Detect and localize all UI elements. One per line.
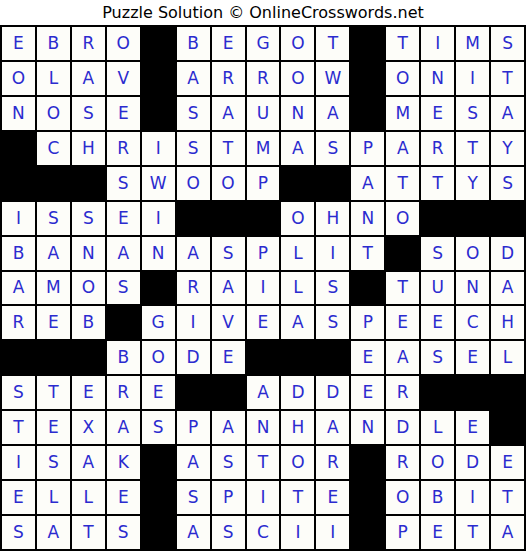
letter-cell: R [107, 132, 140, 165]
letter-cell: S [142, 411, 175, 444]
letter-cell: A [37, 516, 70, 549]
block-cell [247, 202, 280, 235]
block-cell [177, 202, 210, 235]
letter-cell: A [107, 237, 140, 270]
letter-cell: E [247, 306, 280, 339]
letter-cell: E [421, 306, 454, 339]
letter-cell: A [247, 376, 280, 409]
letter-cell: P [351, 306, 384, 339]
letter-cell: S [491, 27, 524, 60]
letter-cell: D [386, 411, 419, 444]
letter-cell: N [2, 97, 35, 130]
letter-cell: T [37, 376, 70, 409]
letter-cell: I [281, 516, 314, 549]
letter-cell: S [212, 516, 245, 549]
letter-cell: E [2, 481, 35, 514]
letter-cell: P [386, 516, 419, 549]
letter-cell: B [72, 306, 105, 339]
block-cell [421, 376, 454, 409]
letter-cell: T [386, 167, 419, 200]
letter-cell: O [281, 202, 314, 235]
crossword-grid: EBROBEGOTTIMSOLAVARROWONITNOSESAUNAMESAC… [0, 25, 526, 551]
letter-cell: N [456, 272, 489, 305]
block-cell [456, 202, 489, 235]
block-cell [142, 97, 175, 130]
letter-cell: R [2, 306, 35, 339]
letter-cell: M [247, 132, 280, 165]
letter-cell: A [177, 446, 210, 479]
block-cell [247, 341, 280, 374]
block-cell [72, 341, 105, 374]
letter-cell: S [421, 341, 454, 374]
letter-cell: T [247, 446, 280, 479]
letter-cell: L [37, 62, 70, 95]
letter-cell: P [351, 132, 384, 165]
letter-cell: S [212, 237, 245, 270]
block-cell [421, 202, 454, 235]
letter-cell: S [2, 516, 35, 549]
letter-cell: E [142, 376, 175, 409]
letter-cell: I [142, 132, 175, 165]
letter-cell: L [72, 481, 105, 514]
letter-cell: S [37, 202, 70, 235]
letter-cell: O [177, 167, 210, 200]
block-cell [37, 167, 70, 200]
page-title: Puzzle Solution © OnlineCrosswords.net [102, 0, 424, 25]
block-cell [351, 481, 384, 514]
letter-cell: A [177, 516, 210, 549]
letter-cell: A [351, 167, 384, 200]
letter-cell: I [177, 306, 210, 339]
letter-cell: E [37, 306, 70, 339]
letter-cell: S [177, 481, 210, 514]
letter-cell: P [247, 237, 280, 270]
letter-cell: O [456, 237, 489, 270]
letter-cell: A [212, 411, 245, 444]
block-cell [177, 376, 210, 409]
block-cell [491, 376, 524, 409]
letter-cell: A [212, 272, 245, 305]
letter-cell: A [316, 411, 349, 444]
letter-cell: N [247, 411, 280, 444]
letter-cell: M [37, 272, 70, 305]
letter-cell: B [421, 481, 454, 514]
letter-cell: M [456, 27, 489, 60]
letter-cell: P [177, 411, 210, 444]
letter-cell: A [386, 132, 419, 165]
letter-cell: A [212, 97, 245, 130]
letter-cell: A [491, 97, 524, 130]
block-cell [351, 97, 384, 130]
title-bar: Puzzle Solution © OnlineCrosswords.net [0, 0, 526, 25]
letter-cell: A [177, 237, 210, 270]
letter-cell: G [247, 27, 280, 60]
letter-cell: O [386, 202, 419, 235]
letter-cell: B [2, 237, 35, 270]
letter-cell: P [247, 167, 280, 200]
letter-cell: T [2, 411, 35, 444]
letter-cell: K [107, 446, 140, 479]
letter-cell: O [386, 481, 419, 514]
block-cell [142, 446, 175, 479]
letter-cell: E [107, 481, 140, 514]
letter-cell: I [2, 446, 35, 479]
letter-cell: S [212, 446, 245, 479]
letter-cell: I [2, 202, 35, 235]
letter-cell: N [142, 237, 175, 270]
block-cell [142, 62, 175, 95]
block-cell [2, 132, 35, 165]
letter-cell: A [37, 237, 70, 270]
letter-cell: L [281, 272, 314, 305]
letter-cell: I [247, 481, 280, 514]
letter-cell: O [142, 341, 175, 374]
block-cell [142, 272, 175, 305]
block-cell [281, 341, 314, 374]
letter-cell: I [247, 272, 280, 305]
letter-cell: E [37, 411, 70, 444]
letter-cell: T [281, 481, 314, 514]
letter-cell: A [177, 62, 210, 95]
letter-cell: E [491, 446, 524, 479]
block-cell [351, 27, 384, 60]
letter-cell: S [2, 376, 35, 409]
letter-cell: A [316, 97, 349, 130]
letter-cell: T [456, 132, 489, 165]
letter-cell: E [421, 516, 454, 549]
letter-cell: O [281, 62, 314, 95]
letter-cell: E [72, 376, 105, 409]
letter-cell: T [72, 516, 105, 549]
letter-cell: C [37, 132, 70, 165]
block-cell [351, 272, 384, 305]
letter-cell: I [421, 27, 454, 60]
letter-cell: O [386, 62, 419, 95]
letter-cell: R [386, 446, 419, 479]
letter-cell: T [456, 516, 489, 549]
block-cell [491, 411, 524, 444]
letter-cell: O [281, 446, 314, 479]
block-cell [281, 167, 314, 200]
letter-cell: N [351, 411, 384, 444]
letter-cell: S [177, 132, 210, 165]
block-cell [456, 376, 489, 409]
letter-cell: D [281, 376, 314, 409]
letter-cell: S [456, 97, 489, 130]
letter-cell: E [212, 27, 245, 60]
block-cell [107, 306, 140, 339]
letter-cell: W [142, 167, 175, 200]
letter-cell: T [212, 132, 245, 165]
letter-cell: O [2, 62, 35, 95]
letter-cell: A [281, 132, 314, 165]
letter-cell: U [247, 97, 280, 130]
letter-cell: T [351, 237, 384, 270]
letter-cell: V [107, 62, 140, 95]
letter-cell: R [386, 376, 419, 409]
letter-cell: H [72, 132, 105, 165]
letter-cell: R [107, 376, 140, 409]
block-cell [316, 167, 349, 200]
letter-cell: R [72, 27, 105, 60]
block-cell [72, 167, 105, 200]
block-cell [351, 446, 384, 479]
letter-cell: S [107, 167, 140, 200]
block-cell [142, 27, 175, 60]
letter-cell: O [37, 97, 70, 130]
letter-cell: D [491, 237, 524, 270]
letter-cell: I [316, 516, 349, 549]
letter-cell: T [386, 272, 419, 305]
letter-cell: L [281, 237, 314, 270]
letter-cell: I [142, 202, 175, 235]
letter-cell: T [386, 27, 419, 60]
letter-cell: R [316, 446, 349, 479]
letter-cell: S [316, 272, 349, 305]
letter-cell: S [316, 306, 349, 339]
letter-cell: O [421, 446, 454, 479]
letter-cell: U [421, 272, 454, 305]
letter-cell: R [177, 272, 210, 305]
block-cell [212, 376, 245, 409]
letter-cell: Y [456, 167, 489, 200]
letter-cell: D [456, 446, 489, 479]
letter-cell: I [456, 62, 489, 95]
letter-cell: T [491, 62, 524, 95]
letter-cell: O [281, 27, 314, 60]
block-cell [37, 341, 70, 374]
letter-cell: E [421, 97, 454, 130]
letter-cell: X [72, 411, 105, 444]
letter-cell: N [281, 97, 314, 130]
block-cell [351, 516, 384, 549]
letter-cell: A [386, 341, 419, 374]
letter-cell: Y [491, 132, 524, 165]
letter-cell: L [421, 411, 454, 444]
letter-cell: R [212, 62, 245, 95]
block-cell [212, 202, 245, 235]
letter-cell: D [177, 341, 210, 374]
letter-cell: E [212, 341, 245, 374]
letter-cell: L [37, 481, 70, 514]
letter-cell: L [491, 341, 524, 374]
letter-cell: E [351, 341, 384, 374]
letter-cell: A [2, 272, 35, 305]
letter-cell: S [491, 167, 524, 200]
letter-cell: E [107, 97, 140, 130]
letter-cell: E [107, 202, 140, 235]
letter-cell: R [247, 62, 280, 95]
letter-cell: I [316, 237, 349, 270]
letter-cell: B [37, 27, 70, 60]
letter-cell: O [107, 27, 140, 60]
block-cell [2, 167, 35, 200]
letter-cell: N [72, 237, 105, 270]
letter-cell: W [316, 62, 349, 95]
letter-cell: A [107, 411, 140, 444]
letter-cell: T [421, 167, 454, 200]
letter-cell: A [491, 272, 524, 305]
crossword-solution-page: Puzzle Solution © OnlineCrosswords.net E… [0, 0, 526, 551]
letter-cell: S [421, 237, 454, 270]
letter-cell: O [212, 167, 245, 200]
block-cell [2, 341, 35, 374]
letter-cell: C [456, 306, 489, 339]
letter-cell: E [456, 411, 489, 444]
letter-cell: E [386, 306, 419, 339]
letter-cell: H [491, 306, 524, 339]
letter-cell: S [316, 132, 349, 165]
letter-cell: T [491, 481, 524, 514]
block-cell [351, 62, 384, 95]
letter-cell: C [247, 516, 280, 549]
letter-cell: A [72, 446, 105, 479]
letter-cell: S [177, 97, 210, 130]
letter-cell: A [491, 516, 524, 549]
letter-cell: S [107, 272, 140, 305]
letter-cell: R [421, 132, 454, 165]
letter-cell: E [2, 27, 35, 60]
letter-cell: B [107, 341, 140, 374]
letter-cell: E [456, 341, 489, 374]
block-cell [386, 237, 419, 270]
letter-cell: N [421, 62, 454, 95]
letter-cell: H [316, 202, 349, 235]
letter-cell: D [316, 376, 349, 409]
letter-cell: A [72, 62, 105, 95]
block-cell [142, 481, 175, 514]
letter-cell: O [72, 272, 105, 305]
block-cell [491, 202, 524, 235]
letter-cell: G [142, 306, 175, 339]
block-cell [142, 516, 175, 549]
letter-cell: P [212, 481, 245, 514]
letter-cell: V [212, 306, 245, 339]
block-cell [316, 341, 349, 374]
letter-cell: T [316, 27, 349, 60]
letter-cell: S [37, 446, 70, 479]
letter-cell: I [456, 481, 489, 514]
letter-cell: E [316, 481, 349, 514]
letter-cell: H [281, 411, 314, 444]
letter-cell: B [177, 27, 210, 60]
letter-cell: S [72, 97, 105, 130]
letter-cell: A [281, 306, 314, 339]
letter-cell: S [72, 202, 105, 235]
letter-cell: M [386, 97, 419, 130]
letter-cell: E [351, 376, 384, 409]
letter-cell: N [351, 202, 384, 235]
letter-cell: S [107, 516, 140, 549]
